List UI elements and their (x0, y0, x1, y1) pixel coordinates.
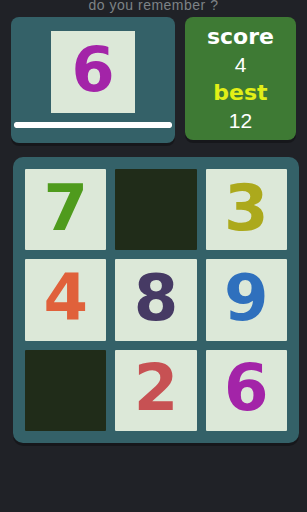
timer-bar (14, 122, 172, 128)
prompt-panel: 6 (11, 17, 175, 143)
cell-r2c2-number: 6 (224, 356, 269, 420)
cell-r1c2[interactable]: 9 (206, 259, 287, 340)
best-value: 12 (229, 110, 252, 131)
cell-r1c1-number: 8 (134, 266, 179, 330)
page-title: do you remember ? (0, 0, 307, 14)
timer-bar-fill (14, 122, 172, 128)
score-value: 4 (235, 54, 247, 75)
score-panel: score 4 best 12 (185, 17, 296, 140)
cell-r2c1-number: 2 (134, 356, 179, 420)
cell-r0c0[interactable]: 7 (25, 169, 106, 250)
cell-r1c0-number: 4 (43, 266, 88, 330)
prompt-number: 6 (71, 39, 114, 101)
cell-r1c1[interactable]: 8 (115, 259, 196, 340)
cell-r0c2-number: 3 (224, 176, 269, 240)
cell-r1c2-number: 9 (224, 266, 269, 330)
cell-r2c1[interactable]: 2 (115, 350, 196, 431)
cell-r2c2[interactable]: 6 (206, 350, 287, 431)
best-label: best (213, 82, 267, 104)
prompt-card: 6 (51, 31, 135, 113)
cell-r2c0[interactable] (25, 350, 106, 431)
score-label: score (207, 26, 274, 48)
cell-r1c0[interactable]: 4 (25, 259, 106, 340)
cell-r0c1[interactable] (115, 169, 196, 250)
cell-r0c2[interactable]: 3 (206, 169, 287, 250)
game-board: 7 3 4 8 9 2 6 (13, 157, 299, 443)
cell-r0c0-number: 7 (43, 176, 88, 240)
